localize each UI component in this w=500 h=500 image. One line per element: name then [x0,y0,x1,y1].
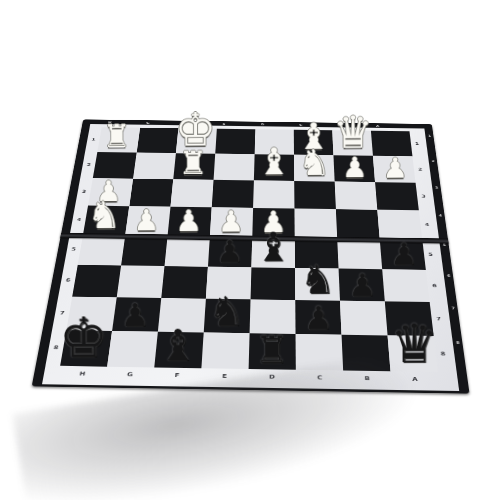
white-knight-h4[interactable]: ♞ [88,197,121,234]
square-c6[interactable]: ♞ [295,268,340,301]
rim-file-label-d: D [261,123,264,126]
white-rook-h1[interactable]: ♜ [103,121,131,152]
rim-file-label-b: B [338,124,341,127]
square-f5[interactable] [165,236,210,267]
rim-file-label-g: G [146,121,150,124]
square-h1[interactable]: ♜ [97,127,140,152]
square-a2[interactable]: ♟ [373,156,416,183]
square-c4[interactable] [294,209,337,239]
white-pawn-f4[interactable]: ♟ [176,206,202,235]
black-pawn-e5[interactable]: ♟ [216,236,243,266]
square-b3[interactable] [335,182,378,210]
black-pawn-a5[interactable]: ♟ [390,239,417,269]
square-f4[interactable]: ♟ [168,207,212,236]
file-label-h: H [57,366,107,382]
square-f6[interactable] [161,266,208,299]
square-f8[interactable]: ♝ [154,332,203,368]
white-bishop-d2[interactable]: ♝ [257,143,290,180]
white-queen-b1[interactable]: ♛ [333,111,373,156]
black-pawn-b6[interactable]: ♟ [348,270,376,301]
square-e2[interactable] [214,154,255,181]
rim-rank-label-3: 3 [435,186,438,189]
black-pawn-g7[interactable]: ♟ [121,299,149,331]
black-bishop-d5[interactable]: ♝ [255,227,291,267]
rim-file-label-h: H [108,121,112,124]
square-h6[interactable] [72,265,121,298]
square-g6[interactable] [117,265,165,298]
black-pawn-c7[interactable]: ♟ [304,302,332,334]
black-rook-d8[interactable]: ♜ [255,331,289,369]
square-c7[interactable]: ♟ [295,300,341,335]
frame-rim-labels: HGFEDCBA12345678 [83,119,432,124]
square-g4[interactable]: ♟ [125,206,170,235]
square-e1[interactable] [215,129,255,155]
black-knight-e7[interactable]: ♞ [209,292,245,332]
square-f2[interactable]: ♜ [173,153,215,180]
rim-rank-label-7: 7 [451,306,455,310]
rank-label-right-5: 5 [422,239,439,270]
board-surface: 1122334455667788HGFEDCBA♜♚♝♛♜♝♞♟♟♟♞♟♟♟♟♟… [42,124,459,391]
black-king-h8[interactable]: ♚ [59,310,108,365]
rim-rank-label-1: 1 [428,134,431,137]
square-g5[interactable] [121,235,167,266]
white-pawn-b2[interactable]: ♟ [342,153,367,181]
white-pawn-a2[interactable]: ♟ [383,154,408,182]
file-label-g: G [105,367,154,383]
square-a6[interactable] [382,269,429,302]
rim-file-label-f: F [184,122,187,125]
rim-file-label-c: C [299,123,302,126]
square-e7[interactable]: ♞ [204,299,251,334]
black-knight-c6[interactable]: ♞ [300,260,335,299]
file-label-f: F [153,367,202,383]
white-rook-f2[interactable]: ♜ [179,147,208,179]
rim-rank-label-5: 5 [443,243,447,247]
square-g7[interactable]: ♟ [112,297,161,331]
square-d8[interactable]: ♜ [249,333,296,370]
square-d2[interactable]: ♝ [254,154,294,181]
square-c2[interactable]: ♞ [294,155,335,182]
rank-label-right-6: 6 [426,270,444,302]
chessboard-scene: 1122334455667788HGFEDCBA♜♚♝♛♜♝♞♟♟♟♞♟♟♟♟♟… [31,0,469,402]
rim-rank-label-6: 6 [447,274,451,278]
white-pawn-e4[interactable]: ♟ [218,207,244,236]
rim-file-label-a: A [376,124,379,127]
square-h8[interactable]: ♚ [60,330,112,366]
square-h5[interactable] [78,234,126,265]
square-d6[interactable] [251,267,296,300]
square-a5[interactable]: ♟ [380,239,426,270]
square-b2[interactable]: ♟ [333,155,375,182]
square-e4[interactable]: ♟ [210,207,253,237]
square-a4[interactable] [377,210,422,240]
square-b7[interactable] [340,301,388,336]
rim-file-label-e: E [223,122,226,125]
white-knight-c2[interactable]: ♞ [298,145,330,181]
square-g8[interactable] [107,331,158,367]
square-g2[interactable] [133,153,176,180]
square-e8[interactable] [201,332,249,368]
square-e5[interactable]: ♟ [208,236,252,267]
square-b4[interactable] [336,209,380,239]
square-g1[interactable] [137,128,179,153]
rim-rank-label-2: 2 [431,159,434,162]
square-c3[interactable] [294,181,336,209]
rim-rank-label-4: 4 [439,214,443,218]
black-bishop-f8[interactable]: ♝ [158,324,197,367]
square-h4[interactable]: ♞ [83,206,129,235]
square-b5[interactable] [337,238,382,269]
square-b6[interactable]: ♟ [339,269,385,302]
rim-rank-label-8: 8 [456,340,460,344]
square-a3[interactable] [375,182,419,210]
white-pawn-g4[interactable]: ♟ [133,206,159,235]
square-d5[interactable]: ♝ [251,237,295,268]
